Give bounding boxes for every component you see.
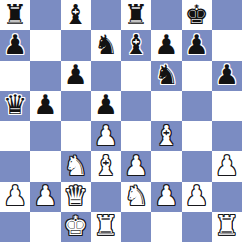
square-f6[interactable]: ♞: [151, 61, 181, 91]
square-b4[interactable]: [30, 121, 60, 151]
square-d5[interactable]: ♟: [91, 91, 121, 121]
square-h4[interactable]: [212, 121, 242, 151]
square-d1[interactable]: ♜: [91, 212, 121, 242]
square-c3[interactable]: ♞: [61, 151, 91, 181]
black-pawn[interactable]: ♟: [64, 61, 88, 88]
square-b6[interactable]: [30, 61, 60, 91]
square-f1[interactable]: [151, 212, 181, 242]
square-e8[interactable]: ♜: [121, 0, 151, 30]
square-f2[interactable]: ♟: [151, 182, 181, 212]
white-bishop[interactable]: ♝: [154, 122, 178, 149]
square-a3[interactable]: [0, 151, 30, 181]
square-b2[interactable]: ♟: [30, 182, 60, 212]
square-g5[interactable]: [182, 91, 212, 121]
square-g7[interactable]: ♟: [182, 30, 212, 60]
black-rook[interactable]: ♜: [124, 1, 148, 28]
square-a2[interactable]: ♟: [0, 182, 30, 212]
square-h2[interactable]: [212, 182, 242, 212]
square-f5[interactable]: [151, 91, 181, 121]
white-knight[interactable]: ♞: [124, 182, 148, 209]
white-knight[interactable]: ♞: [64, 152, 88, 179]
square-e6[interactable]: [121, 61, 151, 91]
chess-board: ♜♝♜♚♟♞♝♟♟♟♞♟♛♟♟♟♝♞♝♟♟♟♟♛♞♟♟♚♜♜: [0, 0, 242, 242]
black-pawn[interactable]: ♟: [33, 91, 57, 118]
black-knight[interactable]: ♞: [94, 31, 118, 58]
square-c7[interactable]: [61, 30, 91, 60]
black-bishop[interactable]: ♝: [64, 1, 88, 28]
square-d6[interactable]: [91, 61, 121, 91]
white-pawn[interactable]: ♟: [154, 182, 178, 209]
square-e5[interactable]: [121, 91, 151, 121]
square-b8[interactable]: [30, 0, 60, 30]
square-f8[interactable]: [151, 0, 181, 30]
square-c1[interactable]: ♚: [61, 212, 91, 242]
white-king[interactable]: ♚: [64, 212, 88, 239]
square-g2[interactable]: ♟: [182, 182, 212, 212]
black-knight[interactable]: ♞: [154, 61, 178, 88]
square-g1[interactable]: [182, 212, 212, 242]
square-g4[interactable]: [182, 121, 212, 151]
square-h5[interactable]: [212, 91, 242, 121]
square-c4[interactable]: [61, 121, 91, 151]
square-a6[interactable]: [0, 61, 30, 91]
white-pawn[interactable]: ♟: [215, 152, 239, 179]
white-pawn[interactable]: ♟: [3, 182, 27, 209]
black-rook[interactable]: ♜: [3, 1, 27, 28]
square-f7[interactable]: ♟: [151, 30, 181, 60]
square-d7[interactable]: ♞: [91, 30, 121, 60]
square-b3[interactable]: [30, 151, 60, 181]
black-pawn[interactable]: ♟: [185, 31, 209, 58]
white-bishop[interactable]: ♝: [94, 152, 118, 179]
square-g6[interactable]: [182, 61, 212, 91]
square-b1[interactable]: [30, 212, 60, 242]
square-c5[interactable]: [61, 91, 91, 121]
square-f4[interactable]: ♝: [151, 121, 181, 151]
square-g8[interactable]: ♚: [182, 0, 212, 30]
square-h1[interactable]: ♜: [212, 212, 242, 242]
black-pawn[interactable]: ♟: [154, 31, 178, 58]
square-e1[interactable]: [121, 212, 151, 242]
black-king[interactable]: ♚: [185, 1, 209, 28]
square-f3[interactable]: [151, 151, 181, 181]
square-h3[interactable]: ♟: [212, 151, 242, 181]
white-pawn[interactable]: ♟: [185, 182, 209, 209]
black-pawn[interactable]: ♟: [94, 91, 118, 118]
square-a8[interactable]: ♜: [0, 0, 30, 30]
square-c6[interactable]: ♟: [61, 61, 91, 91]
square-a1[interactable]: [0, 212, 30, 242]
square-a5[interactable]: ♛: [0, 91, 30, 121]
square-h6[interactable]: ♟: [212, 61, 242, 91]
white-queen[interactable]: ♛: [64, 182, 88, 209]
white-rook[interactable]: ♜: [94, 212, 118, 239]
square-d3[interactable]: ♝: [91, 151, 121, 181]
square-c2[interactable]: ♛: [61, 182, 91, 212]
square-a7[interactable]: ♟: [0, 30, 30, 60]
square-e7[interactable]: ♝: [121, 30, 151, 60]
square-d2[interactable]: [91, 182, 121, 212]
black-queen[interactable]: ♛: [3, 91, 27, 118]
square-c8[interactable]: ♝: [61, 0, 91, 30]
black-bishop[interactable]: ♝: [124, 31, 148, 58]
white-pawn[interactable]: ♟: [33, 182, 57, 209]
square-b7[interactable]: [30, 30, 60, 60]
white-pawn[interactable]: ♟: [94, 122, 118, 149]
square-e4[interactable]: [121, 121, 151, 151]
black-pawn[interactable]: ♟: [3, 31, 27, 58]
square-d4[interactable]: ♟: [91, 121, 121, 151]
square-g3[interactable]: [182, 151, 212, 181]
square-e2[interactable]: ♞: [121, 182, 151, 212]
white-pawn[interactable]: ♟: [124, 152, 148, 179]
black-pawn[interactable]: ♟: [215, 61, 239, 88]
square-h8[interactable]: [212, 0, 242, 30]
white-rook[interactable]: ♜: [215, 212, 239, 239]
square-h7[interactable]: [212, 30, 242, 60]
square-b5[interactable]: ♟: [30, 91, 60, 121]
square-a4[interactable]: [0, 121, 30, 151]
square-d8[interactable]: [91, 0, 121, 30]
square-e3[interactable]: ♟: [121, 151, 151, 181]
